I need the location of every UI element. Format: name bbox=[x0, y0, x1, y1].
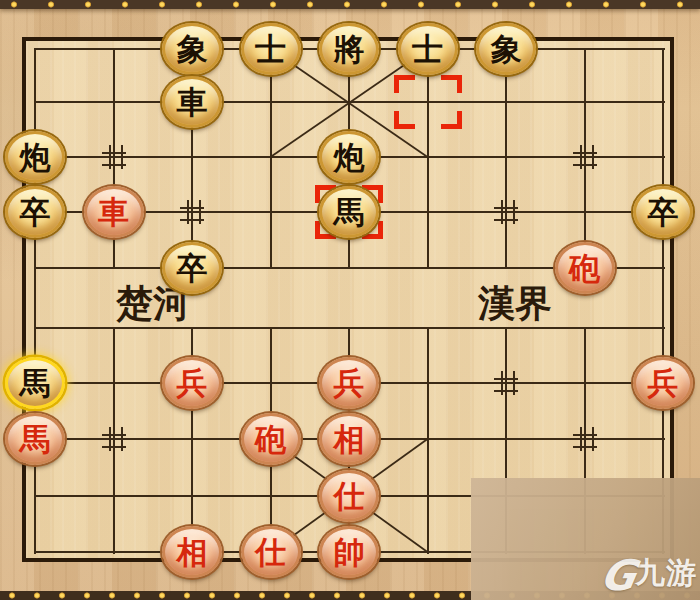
piece-black-cannon[interactable]: 炮 bbox=[5, 131, 65, 183]
piece-red-soldier[interactable]: 兵 bbox=[633, 357, 693, 409]
point-marker bbox=[102, 427, 126, 451]
piece-red-soldier[interactable]: 兵 bbox=[319, 357, 379, 409]
piece-red-cannon[interactable]: 砲 bbox=[555, 242, 615, 294]
piece-black-chariot[interactable]: 車 bbox=[162, 76, 222, 128]
piece-black-soldier[interactable]: 卒 bbox=[633, 186, 693, 238]
watermark-g-icon: G bbox=[597, 558, 638, 594]
grid-line bbox=[270, 48, 272, 269]
watermark-overlay: G 九游 bbox=[471, 478, 700, 600]
point-marker bbox=[102, 145, 126, 169]
piece-red-soldier[interactable]: 兵 bbox=[162, 357, 222, 409]
point-marker bbox=[573, 427, 597, 451]
piece-black-cannon[interactable]: 炮 bbox=[319, 131, 379, 183]
grid-line bbox=[505, 48, 507, 269]
piece-red-elephant[interactable]: 相 bbox=[162, 526, 222, 578]
point-marker bbox=[180, 200, 204, 224]
watermark-logo: G 九游 bbox=[601, 553, 697, 594]
piece-black-advisor[interactable]: 士 bbox=[398, 23, 458, 75]
grid-line bbox=[34, 48, 36, 554]
top-rail-ornament bbox=[0, 0, 700, 9]
piece-black-horse[interactable]: 馬 bbox=[319, 186, 379, 238]
river-label-right: 漢界 bbox=[478, 279, 571, 329]
point-marker bbox=[573, 145, 597, 169]
piece-red-chariot[interactable]: 車 bbox=[84, 186, 144, 238]
piece-black-elephant[interactable]: 象 bbox=[476, 23, 536, 75]
point-marker bbox=[494, 371, 518, 395]
grid-line bbox=[427, 327, 429, 554]
piece-red-advisor[interactable]: 仕 bbox=[241, 526, 301, 578]
piece-red-general[interactable]: 帥 bbox=[319, 526, 379, 578]
piece-black-general[interactable]: 將 bbox=[319, 23, 379, 75]
piece-red-advisor[interactable]: 仕 bbox=[319, 470, 379, 522]
piece-black-elephant[interactable]: 象 bbox=[162, 23, 222, 75]
piece-black-soldier[interactable]: 卒 bbox=[5, 186, 65, 238]
piece-black-advisor[interactable]: 士 bbox=[241, 23, 301, 75]
xiangqi-app: 楚河 漢界 象士將士象車炮炮卒車馬卒卒砲馬兵兵兵馬砲相仕相仕帥 G 九游 bbox=[0, 0, 700, 600]
watermark-brand-text: 九游 bbox=[635, 553, 697, 594]
piece-black-soldier[interactable]: 卒 bbox=[162, 242, 222, 294]
piece-black-horse[interactable]: 馬 bbox=[5, 357, 65, 409]
last-move-marker bbox=[394, 75, 462, 129]
point-marker bbox=[494, 200, 518, 224]
piece-red-cannon[interactable]: 砲 bbox=[241, 413, 301, 465]
piece-red-elephant[interactable]: 相 bbox=[319, 413, 379, 465]
piece-red-horse[interactable]: 馬 bbox=[5, 413, 65, 465]
